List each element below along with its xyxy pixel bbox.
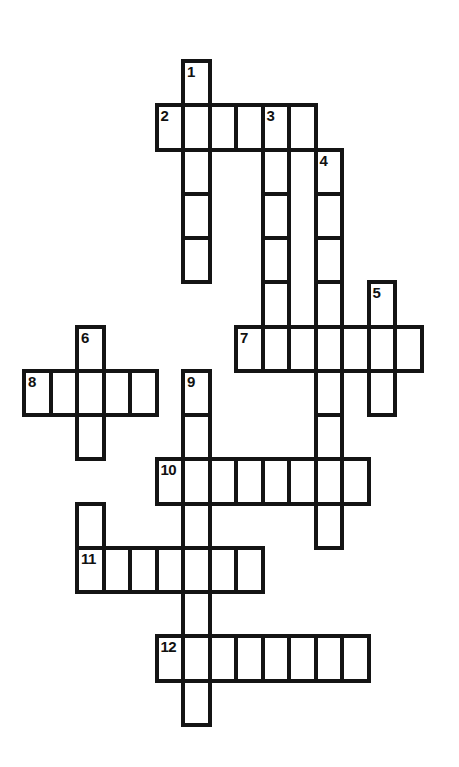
grid-cell[interactable]: [261, 280, 292, 328]
clue-number: 10: [161, 462, 177, 479]
grid-cell[interactable]: [340, 634, 371, 682]
clue-number: 8: [28, 374, 36, 391]
grid-cell[interactable]: 4: [314, 148, 345, 196]
grid-cell[interactable]: [181, 590, 212, 638]
clue-number: 1: [187, 64, 195, 81]
clue-number: 5: [373, 285, 381, 302]
grid-cell[interactable]: [367, 369, 398, 417]
grid-cell[interactable]: [340, 457, 371, 505]
grid-cell[interactable]: [261, 236, 292, 284]
grid-cell[interactable]: 9: [181, 369, 212, 417]
clue-number: 6: [81, 330, 89, 347]
grid-cell[interactable]: [314, 192, 345, 240]
clue-number: 2: [161, 108, 169, 125]
grid-cell[interactable]: [314, 369, 345, 417]
clue-number: 12: [161, 639, 177, 656]
grid-cell[interactable]: [75, 413, 106, 461]
grid-cell[interactable]: [314, 280, 345, 328]
clue-number: 9: [187, 374, 195, 391]
grid-cell[interactable]: [314, 502, 345, 550]
grid-cell[interactable]: [75, 502, 106, 550]
clue-number: 11: [81, 551, 96, 568]
grid-cell[interactable]: [261, 192, 292, 240]
clue-number: 7: [240, 330, 248, 347]
grid-cell[interactable]: [287, 103, 318, 151]
grid-cell[interactable]: [261, 148, 292, 196]
crossword-page: 123456789101112: [0, 0, 459, 767]
grid-cell[interactable]: [181, 148, 212, 196]
grid-cell[interactable]: [314, 413, 345, 461]
grid-cell[interactable]: 6: [75, 325, 106, 373]
grid-cell[interactable]: [393, 325, 424, 373]
grid-cell[interactable]: 5: [367, 280, 398, 328]
grid-cell[interactable]: 1: [181, 59, 212, 107]
grid-cell[interactable]: [181, 679, 212, 727]
clue-number: 3: [267, 108, 275, 125]
grid-cell[interactable]: [181, 502, 212, 550]
crossword-grid: 123456789101112: [22, 59, 424, 727]
grid-cell[interactable]: [181, 192, 212, 240]
grid-cell[interactable]: [128, 369, 159, 417]
grid-cell[interactable]: [181, 236, 212, 284]
grid-cell[interactable]: [314, 236, 345, 284]
clue-number: 4: [320, 153, 328, 170]
grid-cell[interactable]: [234, 546, 265, 594]
grid-cell[interactable]: [181, 413, 212, 461]
